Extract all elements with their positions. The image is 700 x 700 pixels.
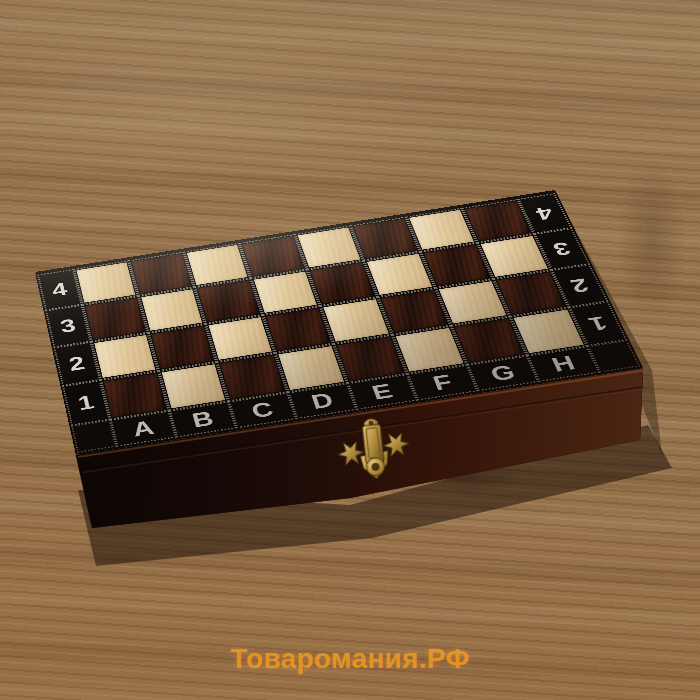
file-label-h: H: [531, 348, 596, 379]
square-d2: [266, 308, 330, 351]
file-label-d: D: [291, 385, 353, 416]
square-e1: [337, 337, 404, 381]
file-label-c: C: [232, 395, 293, 426]
square-f4: [353, 219, 417, 259]
square-g4: [409, 210, 474, 250]
border-corner-left: [74, 422, 113, 450]
file-label-b: B: [173, 404, 234, 435]
square-b1: [162, 364, 225, 408]
square-e3: [310, 263, 374, 304]
square-a1: [104, 373, 166, 417]
square-b2: [151, 326, 213, 369]
square-d1: [278, 346, 344, 390]
square-a3: [85, 298, 145, 339]
square-d4: [242, 236, 304, 276]
square-a2: [94, 335, 155, 378]
file-label-f: F: [411, 367, 475, 398]
square-b4: [132, 254, 192, 294]
square-f3: [367, 254, 432, 295]
square-c3: [198, 280, 260, 321]
square-g2: [439, 281, 507, 323]
square-c4: [187, 245, 248, 285]
square-c1: [220, 355, 284, 399]
square-e4: [298, 227, 361, 267]
photo-of-chess-box: 44332211ABCDEFGH Товаромания.РФ: [0, 0, 700, 700]
square-e2: [323, 299, 388, 341]
square-f1: [396, 328, 464, 372]
square-c2: [209, 317, 272, 360]
square-d3: [254, 272, 317, 313]
rank-label-left-4: 4: [40, 271, 79, 308]
square-g1: [455, 319, 524, 363]
file-label-a: A: [113, 413, 173, 444]
square-h1: [514, 310, 584, 354]
square-b3: [141, 289, 202, 330]
square-h2: [497, 272, 566, 314]
rank-label-left-3: 3: [48, 307, 88, 346]
square-h4: [465, 201, 531, 241]
square-f2: [381, 290, 447, 332]
square-h3: [481, 236, 548, 277]
file-label-e: E: [351, 376, 414, 407]
square-g3: [424, 245, 490, 286]
file-label-g: G: [471, 358, 535, 389]
watermark-text: Товаромания.РФ: [230, 643, 469, 675]
border-corner-right: [591, 342, 636, 370]
square-a4: [77, 262, 136, 302]
rank-label-left-2: 2: [57, 344, 98, 384]
rank-label-left-1: 1: [65, 382, 107, 423]
brass-clasp-icon: [331, 413, 418, 491]
